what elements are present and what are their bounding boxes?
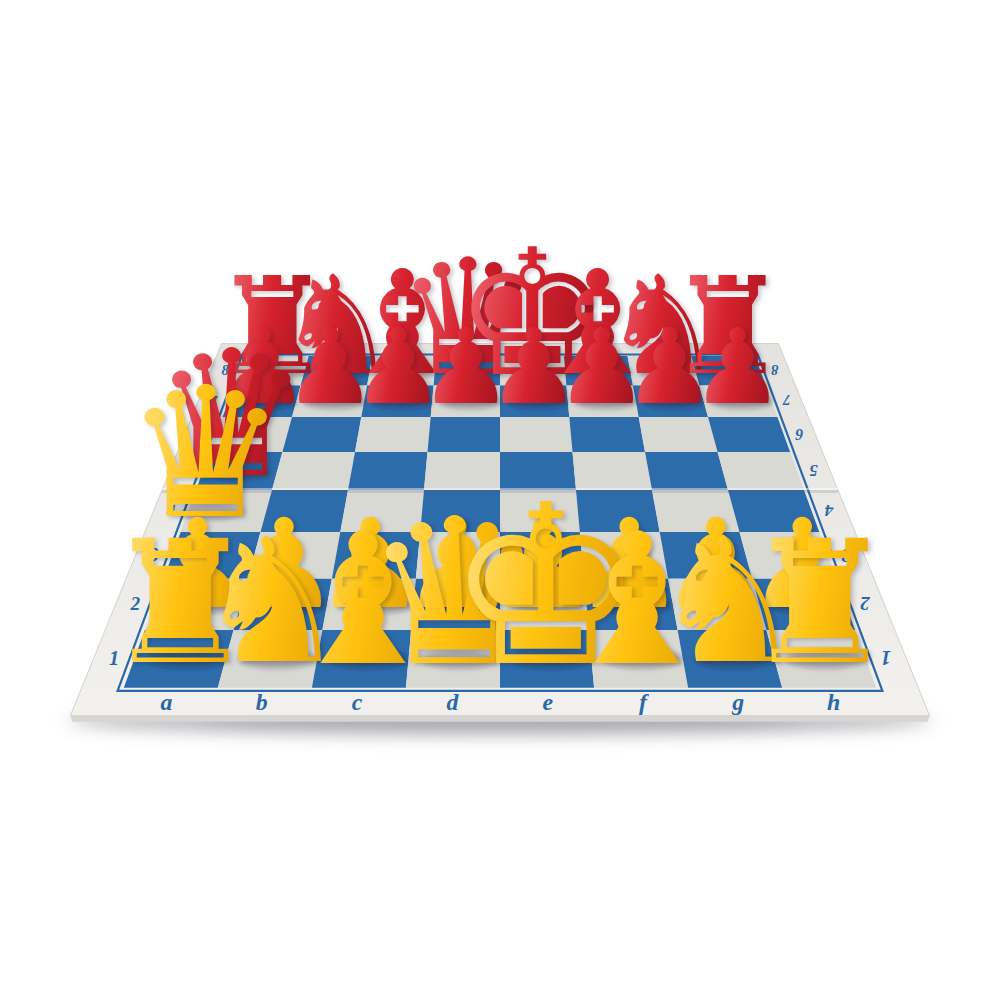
square-f5[interactable] [573,452,653,490]
rank-label-left-4: 4 [166,500,176,520]
square-b6[interactable] [282,417,361,452]
square-e5[interactable] [500,452,576,490]
file-label-e: e [542,689,553,715]
rank-label-left-3: 3 [149,545,159,565]
square-f3[interactable] [580,532,668,578]
square-c4[interactable] [340,490,424,532]
square-h5[interactable] [718,452,804,490]
square-g4[interactable] [652,490,740,532]
square-h6[interactable] [708,417,790,452]
rank-label-left-8: 8 [222,362,230,378]
file-label-c: c [352,689,363,715]
rank-label-right-1: 1 [881,647,891,669]
square-f4[interactable] [576,490,660,532]
square-c3[interactable] [332,532,420,578]
product-photo-background: abcdefgh1122334455667788 ♜♞♝♛♚♝♞♜♟♟♟♟♟♟♟… [0,0,1000,1000]
square-b3[interactable] [248,532,340,578]
square-b4[interactable] [261,490,349,532]
square-d5[interactable] [424,452,500,490]
rank-label-right-5: 5 [809,461,817,480]
square-g5[interactable] [645,452,728,490]
square-e6[interactable] [500,417,573,452]
square-e3[interactable] [500,532,584,578]
fold-crease [162,489,838,492]
square-g6[interactable] [639,417,718,452]
file-label-b: b [256,689,268,715]
square-h4[interactable] [728,490,819,532]
rank-label-left-6: 6 [197,426,205,443]
rank-label-right-4: 4 [824,501,834,521]
square-d3[interactable] [416,532,500,578]
square-c6[interactable] [355,417,431,452]
rank-label-right-2: 2 [860,593,871,614]
square-a3[interactable] [164,532,261,578]
square-d4[interactable] [420,490,500,532]
rank-label-right-8: 8 [770,362,778,378]
file-label-h: h [827,689,840,715]
square-d6[interactable] [428,417,501,452]
chess-board: abcdefgh1122334455667788 [0,0,1000,1000]
square-h3[interactable] [740,532,837,578]
square-e4[interactable] [500,490,580,532]
rank-label-left-1: 1 [109,647,119,669]
rank-label-right-3: 3 [841,545,851,565]
square-a6[interactable] [210,417,292,452]
file-label-g: g [731,689,744,715]
file-label-a: a [160,689,172,715]
rank-label-left-2: 2 [129,593,140,614]
file-label-d: d [446,689,459,715]
square-c5[interactable] [348,452,428,490]
rank-label-left-5: 5 [182,461,190,480]
square-g3[interactable] [660,532,753,578]
square-b5[interactable] [272,452,355,490]
rank-label-right-6: 6 [795,426,803,443]
square-f6[interactable] [569,417,645,452]
